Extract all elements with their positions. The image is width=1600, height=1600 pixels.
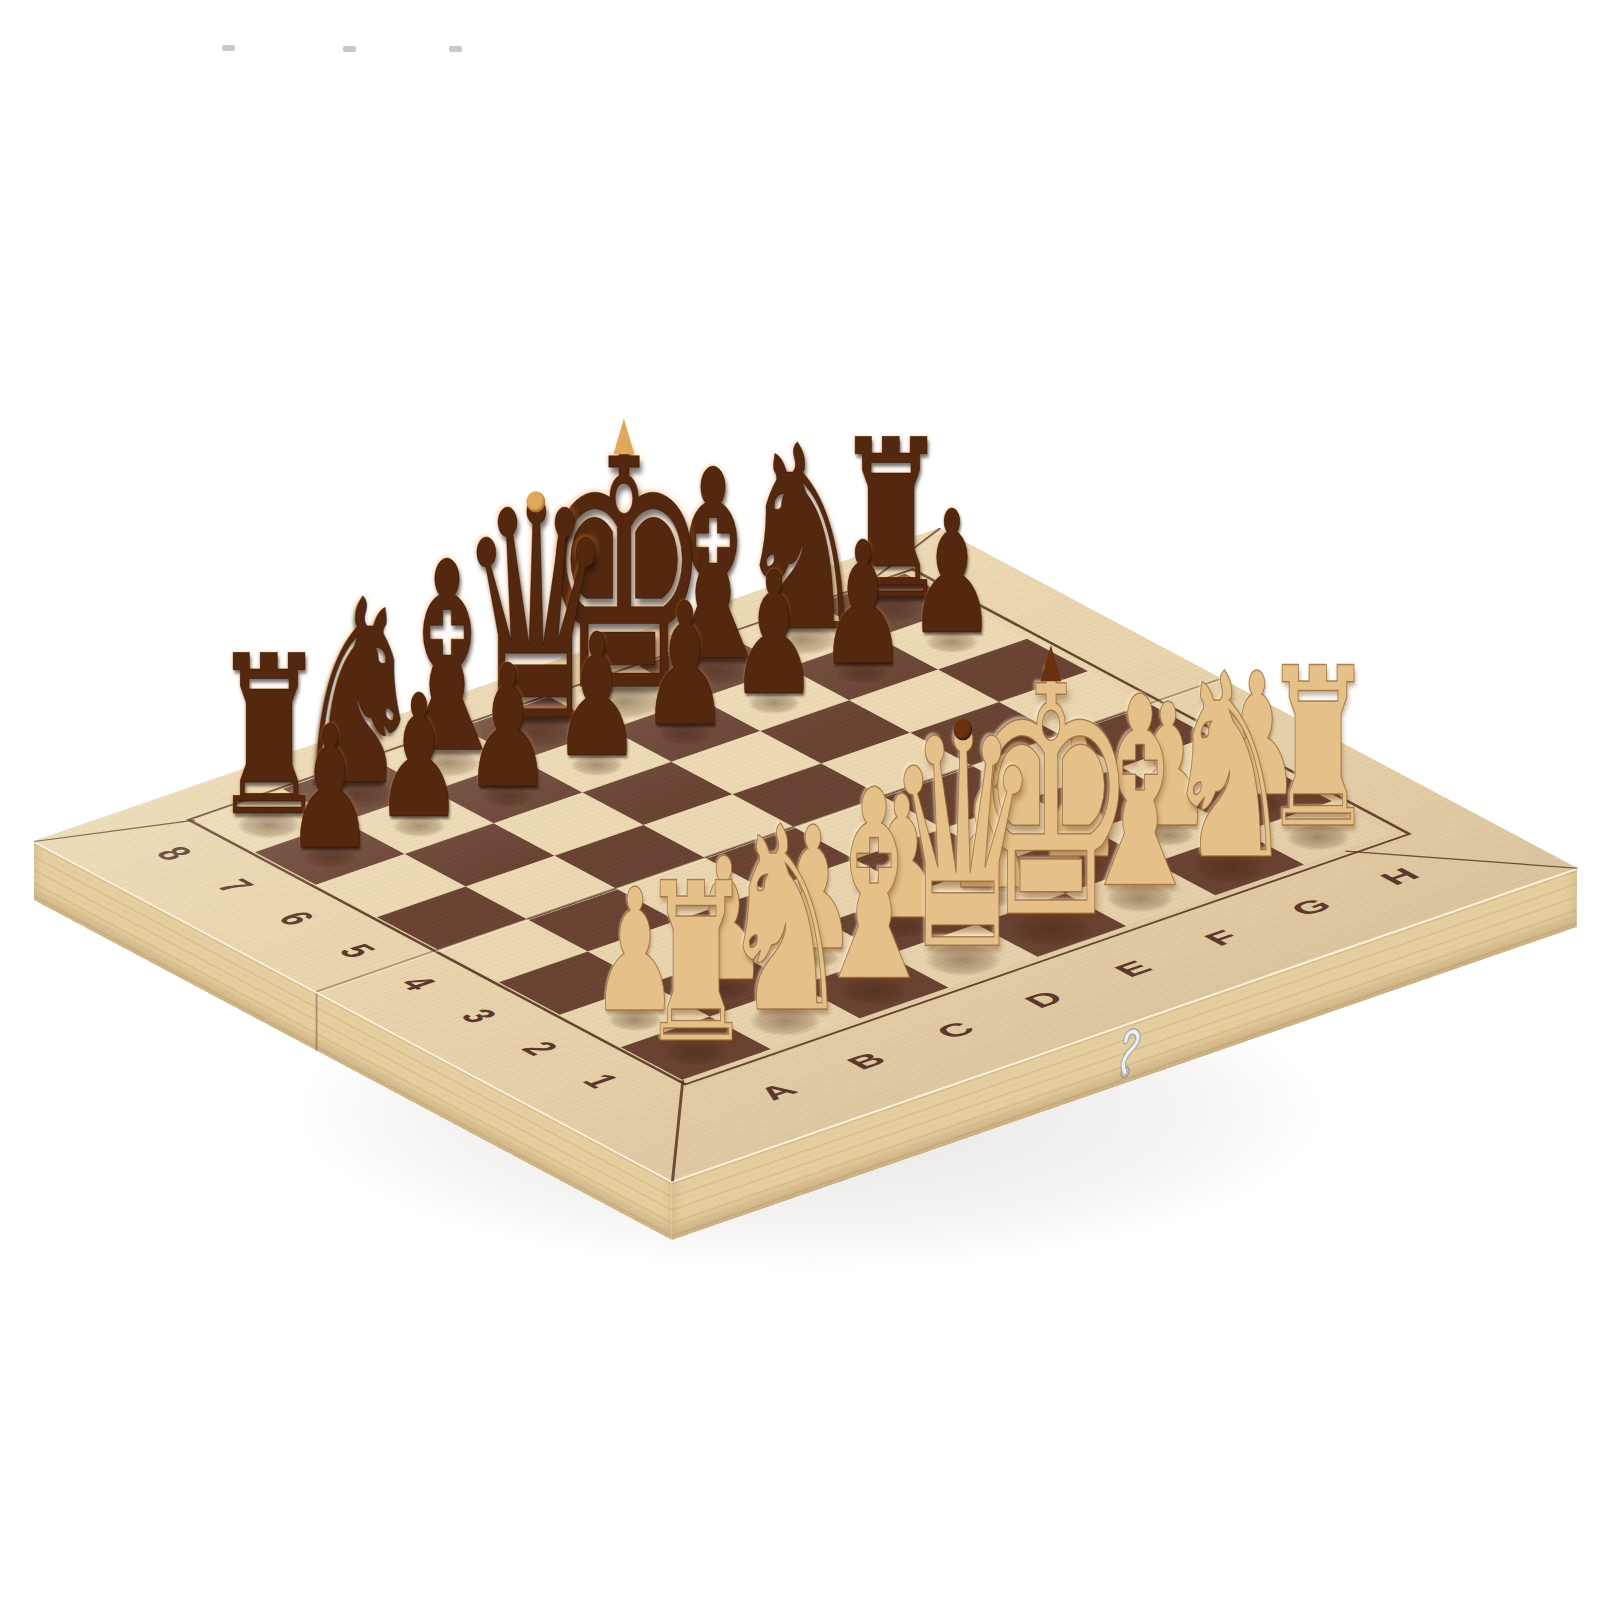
queen-ball-finial [526, 491, 544, 512]
piece-white-rook-a1[interactable]: ♜ [639, 855, 753, 1075]
piece-black-pawn-f7[interactable]: ♟ [730, 550, 818, 720]
piece-black-pawn-c7[interactable]: ♟ [464, 642, 552, 812]
product-photo-scene: ABCDEFGH87654321 ♜♞♝♛♚♝♞♜♟♟♟♟♟♟♟♟♟♟♟♟♟♟♟… [0, 0, 1600, 1600]
king-cone-finial [1041, 645, 1062, 681]
pieces-layer: ♜♞♝♛♚♝♞♜♟♟♟♟♟♟♟♟♟♟♟♟♟♟♟♟♜♞♝♛♚♝♞♜ [0, 0, 1600, 1600]
piece-black-pawn-e7[interactable]: ♟ [641, 581, 729, 751]
piece-black-pawn-d7[interactable]: ♟ [552, 611, 640, 781]
king-cone-finial [614, 418, 635, 454]
piece-black-pawn-b7[interactable]: ♟ [375, 673, 463, 843]
piece-black-pawn-g7[interactable]: ♟ [819, 519, 907, 689]
queen-ball-finial [953, 719, 971, 740]
piece-black-pawn-a7[interactable]: ♟ [286, 704, 374, 874]
